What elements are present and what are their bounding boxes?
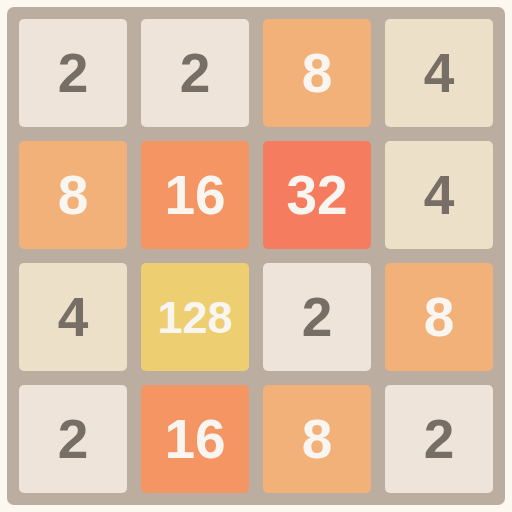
game-board-2048[interactable]: 2 2 8 4 8 16 32 4 4 128 2 8 2 16 8 2 — [7, 7, 505, 505]
tile-r3c1: 4 — [19, 263, 127, 371]
tile-r2c4: 4 — [385, 141, 493, 249]
tile-r1c4: 4 — [385, 19, 493, 127]
tile-r1c3: 8 — [263, 19, 371, 127]
tile-r4c1: 2 — [19, 385, 127, 493]
tile-r4c2: 16 — [141, 385, 249, 493]
tile-r3c2: 128 — [141, 263, 249, 371]
tile-r4c3: 8 — [263, 385, 371, 493]
tile-r1c1: 2 — [19, 19, 127, 127]
tile-r4c4: 2 — [385, 385, 493, 493]
tile-r1c2: 2 — [141, 19, 249, 127]
tile-r2c1: 8 — [19, 141, 127, 249]
tile-r3c3: 2 — [263, 263, 371, 371]
tile-r2c3: 32 — [263, 141, 371, 249]
tile-r2c2: 16 — [141, 141, 249, 249]
tile-r3c4: 8 — [385, 263, 493, 371]
